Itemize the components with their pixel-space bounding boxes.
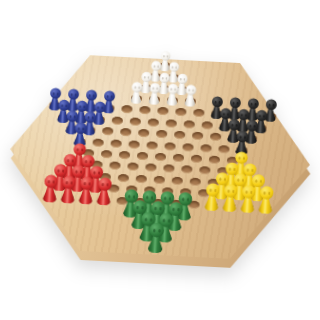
hole[interactable] [153,175,164,184]
peg-head [223,183,237,197]
peg-head [169,62,179,72]
peg-head [228,119,240,131]
peg-red[interactable] [78,176,94,204]
peg-head [149,223,164,238]
peg-head [49,88,60,99]
peg-white[interactable] [184,84,197,106]
hole[interactable] [136,152,147,161]
hole[interactable] [189,177,200,186]
hole[interactable] [200,144,211,153]
peg-head [246,120,258,132]
peg-green[interactable] [147,223,164,254]
peg-head [167,83,178,94]
hole[interactable] [154,153,165,162]
hole[interactable] [110,139,121,148]
peg-head [98,177,112,191]
peg-head [177,73,188,84]
peg-red[interactable] [42,174,58,202]
hole[interactable] [164,142,175,151]
product-photo [0,0,320,320]
peg-white[interactable] [166,83,179,105]
hole[interactable] [183,120,194,129]
peg-head [80,176,94,190]
peg-head [220,108,232,120]
hole[interactable] [92,138,103,147]
peg-red[interactable] [96,177,112,205]
hole[interactable] [111,116,122,125]
peg-head [259,185,273,199]
hole[interactable] [218,145,229,154]
hole[interactable] [190,155,201,164]
peg-white[interactable] [130,82,143,104]
chinese-checkers-board [5,51,315,262]
hole[interactable] [147,118,158,127]
hole[interactable] [129,117,140,126]
peg-white[interactable] [148,82,161,104]
peg-head [131,82,142,93]
peg-head [265,99,276,110]
hole[interactable] [100,150,111,159]
peg-head [185,84,196,95]
peg-head [67,89,78,100]
peg-head [44,174,58,188]
peg-head [66,110,78,122]
peg-head [236,130,248,142]
hole[interactable] [135,175,146,184]
peg-head [205,183,219,197]
peg-head [141,71,152,82]
hole[interactable] [201,121,212,130]
peg-head [151,61,161,71]
hole[interactable] [172,154,183,163]
peg-yellow[interactable] [258,185,274,213]
hole[interactable] [165,119,176,128]
peg-head [103,91,114,102]
peg-head [211,97,222,108]
peg-head [85,90,96,101]
hole[interactable] [182,143,193,152]
peg-head [84,111,96,123]
peg-head [247,98,258,109]
peg-head [159,72,170,83]
peg-head [74,122,86,134]
hole[interactable] [117,174,128,183]
hole[interactable] [208,156,219,165]
hole[interactable] [118,151,129,160]
peg-head [58,99,70,111]
peg-head [229,97,240,108]
peg-yellow[interactable] [222,183,238,211]
hole[interactable] [128,140,139,149]
hole[interactable] [146,141,157,150]
peg-body [147,235,164,254]
peg-yellow[interactable] [204,183,220,211]
peg-head [160,51,170,61]
peg-head [241,184,255,198]
hole[interactable] [171,176,182,185]
peg-red[interactable] [60,175,76,203]
peg-head [149,82,160,93]
peg-head [62,175,76,189]
peg-yellow[interactable] [240,184,256,212]
